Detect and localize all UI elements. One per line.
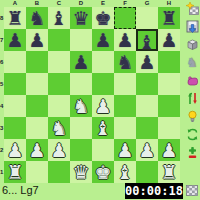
undo-redo-arrows-icon[interactable] <box>186 92 199 105</box>
square-b8[interactable]: ♞ <box>26 7 48 29</box>
square-c7[interactable] <box>48 29 70 51</box>
white-pawn: ♟ <box>92 95 114 117</box>
square-b6[interactable] <box>26 51 48 73</box>
file-label-d: D <box>70 0 92 7</box>
square-e6[interactable] <box>92 51 114 73</box>
flip-board-icon[interactable] <box>186 128 199 141</box>
square-e3[interactable]: ♝ <box>92 117 114 139</box>
hint-bulb-icon[interactable] <box>186 110 199 123</box>
square-a6[interactable] <box>4 51 26 73</box>
white-rook: ♜ <box>158 161 180 183</box>
file-label-f: F <box>114 0 136 7</box>
square-f5[interactable] <box>114 73 136 95</box>
square-h5[interactable] <box>158 73 180 95</box>
black-pawn: ♟ <box>136 51 158 73</box>
white-knight: ♞ <box>48 117 70 139</box>
square-g1[interactable] <box>136 161 158 183</box>
white-rook: ♜ <box>4 161 26 183</box>
square-a7[interactable]: ♟ <box>4 29 26 51</box>
dice-icon[interactable] <box>186 38 199 51</box>
white-knight: ♞ <box>70 95 92 117</box>
square-c4[interactable] <box>48 95 70 117</box>
board-grid-icon[interactable] <box>186 185 198 196</box>
white-pawn: ♟ <box>158 139 180 161</box>
white-bishop: ♝ <box>114 161 136 183</box>
square-h7[interactable]: ♟ <box>158 29 180 51</box>
square-b4[interactable] <box>26 95 48 117</box>
square-e7[interactable]: ♟ <box>92 29 114 51</box>
black-pawn: ♟ <box>92 29 114 51</box>
square-h3[interactable] <box>158 117 180 139</box>
new-game-icon[interactable] <box>186 2 199 15</box>
square-h8[interactable]: ♜ <box>158 7 180 29</box>
save-game-icon[interactable] <box>186 20 199 33</box>
black-rook: ♜ <box>158 7 180 29</box>
game-clock: 00:00:18 <box>125 183 183 199</box>
square-c8[interactable]: ♝ <box>48 7 70 29</box>
white-pawn: ♟ <box>136 139 158 161</box>
chess-app-window: ABCDEFGH 87654321 ♜♞♝♛♚♜♟♟♟♟♝♟♟♞♟♞♟♞♝♟♟♟… <box>0 0 200 200</box>
black-pawn: ♟ <box>158 29 180 51</box>
white-pawn: ♟ <box>4 139 26 161</box>
chess-board[interactable]: ♜♞♝♛♚♜♟♟♟♟♝♟♟♞♟♞♟♞♝♟♟♟♟♟♟♜♛♚♝♜ <box>4 7 180 183</box>
square-c1[interactable] <box>48 161 70 183</box>
status-bar: 6... Lg7 00:00:18 <box>0 183 200 200</box>
square-d8[interactable]: ♛ <box>70 7 92 29</box>
black-king: ♚ <box>92 7 114 29</box>
white-pawn: ♟ <box>26 139 48 161</box>
black-pawn: ♟ <box>4 29 26 51</box>
square-b7[interactable]: ♟ <box>26 29 48 51</box>
square-g5[interactable] <box>136 73 158 95</box>
square-g2[interactable]: ♟ <box>136 139 158 161</box>
square-f3[interactable] <box>114 117 136 139</box>
white-king: ♚ <box>92 161 114 183</box>
black-bishop: ♝ <box>138 31 156 49</box>
square-g6[interactable]: ♟ <box>136 51 158 73</box>
square-a2[interactable]: ♟ <box>4 139 26 161</box>
square-f4[interactable] <box>114 95 136 117</box>
square-c6[interactable] <box>48 51 70 73</box>
square-f8[interactable] <box>114 7 136 29</box>
square-g7[interactable]: ♝ <box>136 29 158 51</box>
square-d3[interactable] <box>70 117 92 139</box>
square-d6[interactable]: ♟ <box>70 51 92 73</box>
square-c3[interactable]: ♞ <box>48 117 70 139</box>
square-e1[interactable]: ♚ <box>92 161 114 183</box>
black-knight: ♞ <box>114 51 136 73</box>
black-queen: ♛ <box>70 7 92 29</box>
square-a5[interactable] <box>4 73 26 95</box>
move-text: 6... Lg7 <box>2 184 39 196</box>
white-pawn: ♟ <box>114 139 136 161</box>
plus-minus-icon[interactable] <box>186 146 199 159</box>
file-label-e: E <box>92 0 114 7</box>
square-b3[interactable] <box>26 117 48 139</box>
black-pawn: ♟ <box>114 29 136 51</box>
square-f2[interactable]: ♟ <box>114 139 136 161</box>
black-pawn: ♟ <box>70 51 92 73</box>
black-rook: ♜ <box>4 7 26 29</box>
square-d5[interactable] <box>70 73 92 95</box>
square-h2[interactable]: ♟ <box>158 139 180 161</box>
file-label-h: H <box>158 0 180 7</box>
square-h1[interactable]: ♜ <box>158 161 180 183</box>
square-e5[interactable] <box>92 73 114 95</box>
square-b1[interactable] <box>26 161 48 183</box>
square-f6[interactable]: ♞ <box>114 51 136 73</box>
knight-engine-icon[interactable]: ♞ <box>186 56 199 69</box>
black-pawn: ♟ <box>26 29 48 51</box>
hand-icon[interactable] <box>186 74 199 87</box>
square-e8[interactable]: ♚ <box>92 7 114 29</box>
file-label-c: C <box>48 0 70 7</box>
square-b5[interactable] <box>26 73 48 95</box>
square-d7[interactable] <box>70 29 92 51</box>
file-label-a: A <box>4 0 26 7</box>
white-bishop: ♝ <box>92 117 114 139</box>
square-e4[interactable]: ♟ <box>92 95 114 117</box>
square-b2[interactable]: ♟ <box>26 139 48 161</box>
square-f7[interactable]: ♟ <box>114 29 136 51</box>
black-bishop: ♝ <box>48 7 70 29</box>
square-d2[interactable] <box>70 139 92 161</box>
square-g8[interactable] <box>136 7 158 29</box>
square-a8[interactable]: ♜ <box>4 7 26 29</box>
square-g3[interactable] <box>136 117 158 139</box>
file-label-g: G <box>136 0 158 7</box>
square-c2[interactable]: ♟ <box>48 139 70 161</box>
square-g4[interactable] <box>136 95 158 117</box>
square-c5[interactable] <box>48 73 70 95</box>
toolbar: ♞ <box>184 2 200 159</box>
square-d1[interactable]: ♛ <box>70 161 92 183</box>
white-queen: ♛ <box>70 161 92 183</box>
file-label-b: B <box>26 0 48 7</box>
square-a3[interactable] <box>4 117 26 139</box>
square-h4[interactable] <box>158 95 180 117</box>
square-d4[interactable]: ♞ <box>70 95 92 117</box>
square-h6[interactable] <box>158 51 180 73</box>
white-pawn: ♟ <box>48 139 70 161</box>
black-knight: ♞ <box>26 7 48 29</box>
square-e2[interactable] <box>92 139 114 161</box>
square-f1[interactable]: ♝ <box>114 161 136 183</box>
square-a1[interactable]: ♜ <box>4 161 26 183</box>
square-a4[interactable] <box>4 95 26 117</box>
